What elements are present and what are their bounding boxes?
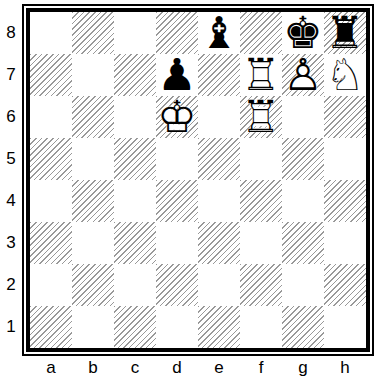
square-a3: [30, 222, 72, 264]
file-labels: abcdefgh: [30, 354, 366, 382]
square-g7: ♟♙: [282, 54, 324, 96]
piece-glyph: ♟: [156, 54, 198, 96]
square-h8: ♜: [324, 12, 366, 54]
piece-black-king: ♚: [282, 12, 324, 54]
rank-label-7: 7: [0, 54, 22, 96]
piece-glyph: ♜: [324, 12, 366, 54]
rank-labels: 87654321: [0, 12, 22, 348]
file-label-h: h: [324, 354, 366, 382]
square-b6: [72, 96, 114, 138]
square-f2: [240, 264, 282, 306]
square-c2: [114, 264, 156, 306]
square-f4: [240, 180, 282, 222]
square-f6: ♜♖: [240, 96, 282, 138]
square-e2: [198, 264, 240, 306]
piece-white-knight: ♞♘: [324, 54, 366, 96]
file-label-c: c: [114, 354, 156, 382]
square-g4: [282, 180, 324, 222]
square-f3: [240, 222, 282, 264]
file-label-f: f: [240, 354, 282, 382]
square-d5: [156, 138, 198, 180]
square-c5: [114, 138, 156, 180]
square-f1: [240, 306, 282, 348]
square-b1: [72, 306, 114, 348]
square-c4: [114, 180, 156, 222]
chess-diagram: 87654321 ♝♚♜♟♜♖♟♙♞♘♚♔♜♖ abcdefgh: [0, 0, 382, 387]
piece-glyph: ♝: [198, 12, 240, 54]
square-h2: [324, 264, 366, 306]
square-h6: [324, 96, 366, 138]
square-e3: [198, 222, 240, 264]
piece-glyph: ♖: [240, 96, 282, 138]
square-d6: ♚♔: [156, 96, 198, 138]
square-f7: ♜♖: [240, 54, 282, 96]
square-h5: [324, 138, 366, 180]
square-e1: [198, 306, 240, 348]
rank-label-4: 4: [0, 180, 22, 222]
board-frame: ♝♚♜♟♜♖♟♙♞♘♚♔♜♖: [22, 4, 374, 356]
square-e5: [198, 138, 240, 180]
square-a1: [30, 306, 72, 348]
piece-glyph: ♖: [240, 54, 282, 96]
square-g5: [282, 138, 324, 180]
square-h1: [324, 306, 366, 348]
square-a5: [30, 138, 72, 180]
square-c8: [114, 12, 156, 54]
rank-label-1: 1: [0, 306, 22, 348]
square-b3: [72, 222, 114, 264]
rank-label-8: 8: [0, 12, 22, 54]
file-label-a: a: [30, 354, 72, 382]
square-d8: [156, 12, 198, 54]
square-a6: [30, 96, 72, 138]
square-c6: [114, 96, 156, 138]
square-b2: [72, 264, 114, 306]
square-c1: [114, 306, 156, 348]
piece-black-bishop: ♝: [198, 12, 240, 54]
chess-board: ♝♚♜♟♜♖♟♙♞♘♚♔♜♖: [30, 12, 366, 348]
square-e8: ♝: [198, 12, 240, 54]
rank-label-5: 5: [0, 138, 22, 180]
file-label-d: d: [156, 354, 198, 382]
file-label-b: b: [72, 354, 114, 382]
square-e6: [198, 96, 240, 138]
piece-glyph: ♔: [156, 96, 198, 138]
square-d4: [156, 180, 198, 222]
square-a7: [30, 54, 72, 96]
square-h4: [324, 180, 366, 222]
square-c7: [114, 54, 156, 96]
rank-label-6: 6: [0, 96, 22, 138]
square-d2: [156, 264, 198, 306]
square-g3: [282, 222, 324, 264]
piece-white-pawn: ♟♙: [282, 54, 324, 96]
file-label-e: e: [198, 354, 240, 382]
rank-label-3: 3: [0, 222, 22, 264]
square-f5: [240, 138, 282, 180]
square-g1: [282, 306, 324, 348]
square-b7: [72, 54, 114, 96]
file-label-g: g: [282, 354, 324, 382]
square-e7: [198, 54, 240, 96]
square-g2: [282, 264, 324, 306]
square-b4: [72, 180, 114, 222]
rank-label-2: 2: [0, 264, 22, 306]
piece-white-king: ♚♔: [156, 96, 198, 138]
piece-black-pawn: ♟: [156, 54, 198, 96]
piece-glyph: ♘: [324, 54, 366, 96]
square-e4: [198, 180, 240, 222]
square-b5: [72, 138, 114, 180]
square-h3: [324, 222, 366, 264]
board-inner-border: ♝♚♜♟♜♖♟♙♞♘♚♔♜♖: [26, 8, 370, 352]
piece-glyph: ♙: [282, 54, 324, 96]
piece-black-rook: ♜: [324, 12, 366, 54]
square-c3: [114, 222, 156, 264]
square-a8: [30, 12, 72, 54]
square-g6: [282, 96, 324, 138]
square-a4: [30, 180, 72, 222]
square-d3: [156, 222, 198, 264]
square-d7: ♟: [156, 54, 198, 96]
piece-glyph: ♚: [282, 12, 324, 54]
square-d1: [156, 306, 198, 348]
piece-white-rook: ♜♖: [240, 54, 282, 96]
square-b8: [72, 12, 114, 54]
square-f8: [240, 12, 282, 54]
square-g8: ♚: [282, 12, 324, 54]
piece-white-rook: ♜♖: [240, 96, 282, 138]
square-a2: [30, 264, 72, 306]
square-h7: ♞♘: [324, 54, 366, 96]
